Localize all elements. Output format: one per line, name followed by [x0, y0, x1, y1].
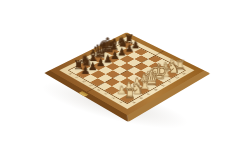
piece-white-rook-a1: ♜ [124, 87, 136, 100]
piece-black-pawn-a7: ♟ [81, 65, 90, 76]
product-photo-scene: 87654321 ABCDEFGH ♜♞♝♛♚♝♞♜♟♟♟♟♟♟♟♟♟♟♟♟♟♟… [0, 0, 240, 150]
